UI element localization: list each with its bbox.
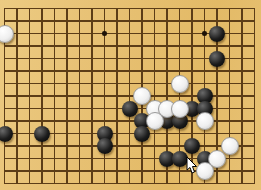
go-board-screenshot bbox=[0, 0, 261, 190]
black-stone[interactable] bbox=[184, 138, 200, 154]
black-stone[interactable] bbox=[172, 151, 188, 167]
black-stone[interactable] bbox=[97, 138, 113, 154]
star-point bbox=[202, 31, 207, 36]
black-stone[interactable] bbox=[134, 126, 150, 142]
white-stone[interactable] bbox=[146, 112, 164, 130]
star-point bbox=[102, 31, 107, 36]
black-stone[interactable] bbox=[209, 26, 225, 42]
black-stone[interactable] bbox=[0, 126, 13, 142]
goban-intersections-grid[interactable] bbox=[0, 2, 261, 190]
white-stone[interactable] bbox=[171, 100, 189, 118]
white-stone[interactable] bbox=[196, 112, 214, 130]
white-stone[interactable] bbox=[196, 162, 214, 180]
black-stone[interactable] bbox=[209, 51, 225, 67]
white-stone[interactable] bbox=[171, 75, 189, 93]
white-stone[interactable] bbox=[0, 25, 14, 43]
black-stone[interactable] bbox=[34, 126, 50, 142]
